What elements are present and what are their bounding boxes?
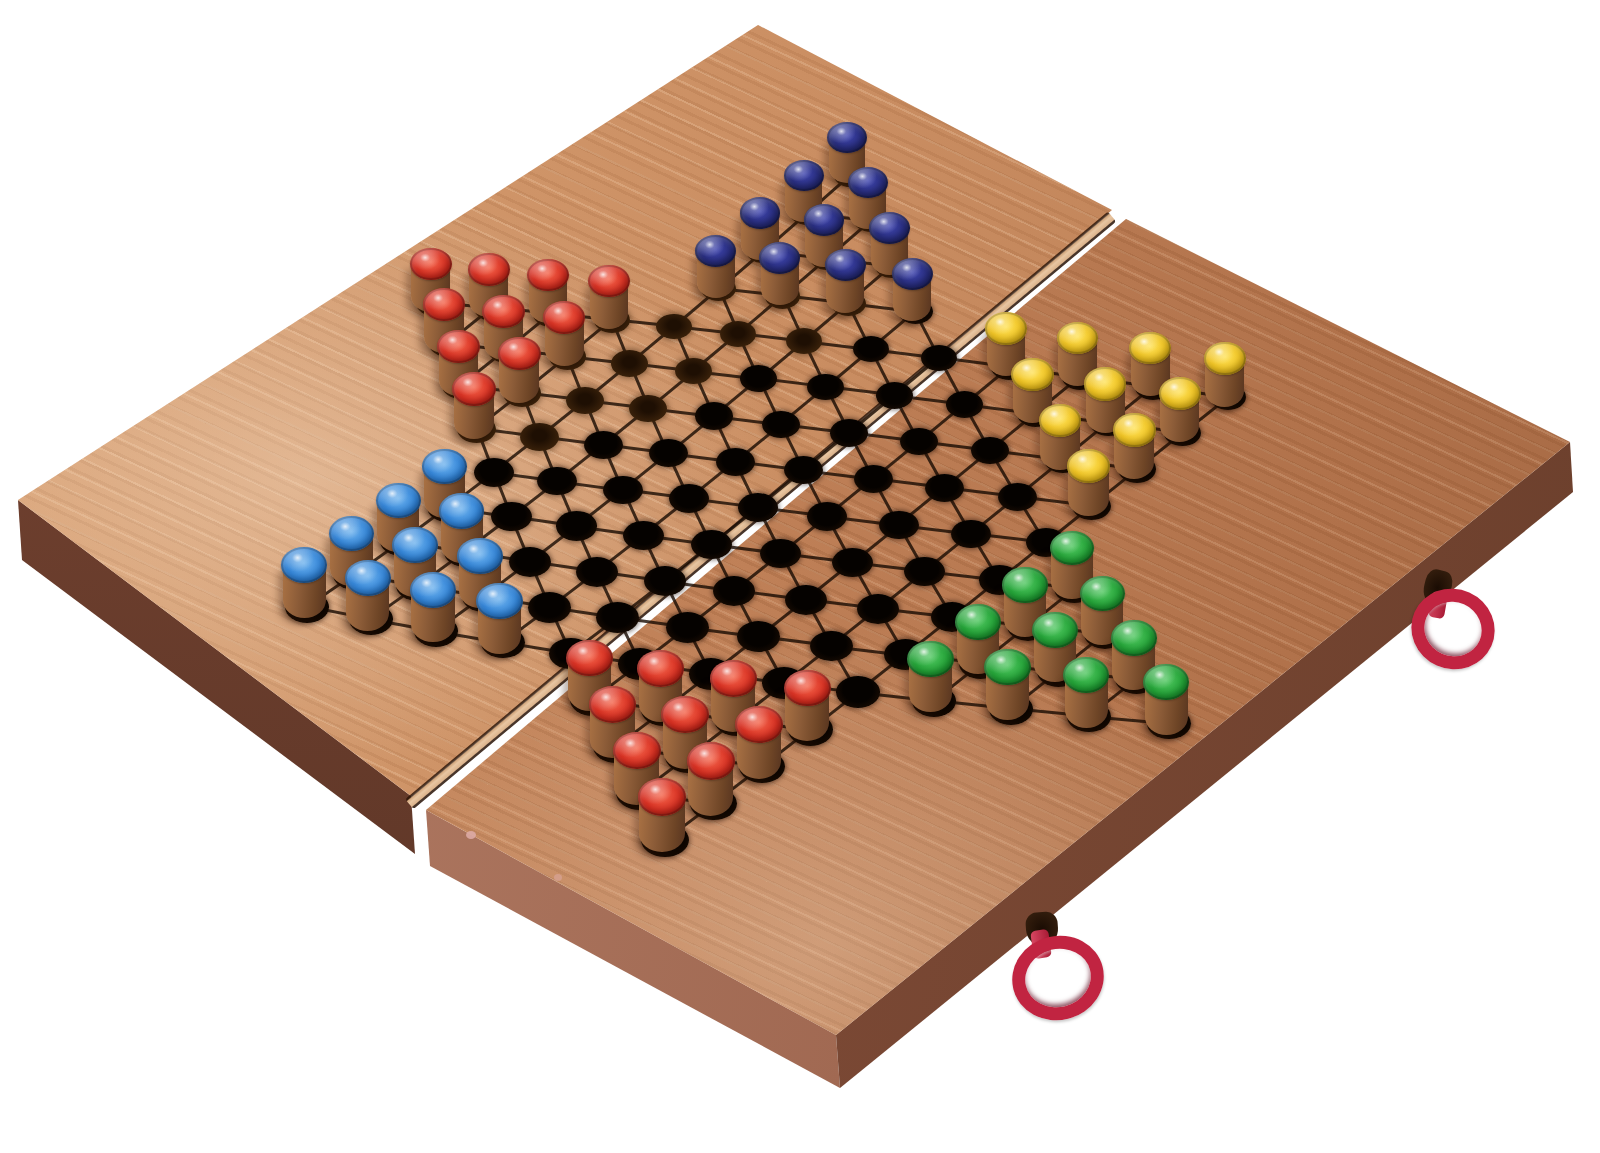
peg-painted-top	[735, 706, 782, 743]
board-hole[interactable]	[720, 321, 756, 347]
peg-painted-top	[1039, 404, 1082, 437]
peg-painted-top	[452, 372, 495, 406]
peg-painted-top	[476, 583, 522, 619]
peg-painted-top	[1080, 576, 1125, 611]
peg-painted-top	[613, 732, 661, 769]
board-hole[interactable]	[629, 395, 667, 422]
board-hole[interactable]	[509, 547, 551, 577]
board-hole[interactable]	[998, 483, 1037, 511]
board-hole[interactable]	[520, 423, 559, 451]
peg-painted-top	[637, 650, 684, 686]
peg-painted-top	[498, 337, 541, 370]
peg-painted-top	[984, 649, 1030, 685]
board-hole[interactable]	[832, 548, 873, 578]
peg-painted-top	[392, 527, 438, 563]
peg-painted-top	[804, 204, 845, 236]
board-hole[interactable]	[666, 612, 709, 643]
board-hole[interactable]	[474, 458, 514, 487]
peg-painted-top	[410, 248, 452, 281]
peg-painted-top	[985, 312, 1027, 345]
board-hole[interactable]	[830, 419, 868, 446]
board-hole[interactable]	[738, 493, 778, 522]
peg-painted-top	[710, 660, 757, 696]
peg-painted-top	[482, 295, 524, 328]
board-hole[interactable]	[491, 502, 532, 532]
board-hole[interactable]	[836, 676, 880, 708]
peg-painted-top	[345, 560, 391, 596]
peg-painted-top	[589, 686, 636, 723]
board-hole[interactable]	[644, 566, 686, 596]
peg-painted-top	[1084, 367, 1126, 400]
board-hole[interactable]	[556, 511, 597, 541]
board-hole[interactable]	[810, 631, 853, 662]
peg-painted-top	[439, 493, 484, 528]
peg-painted-top	[527, 259, 569, 292]
peg-painted-top	[848, 167, 888, 198]
board-hole[interactable]	[853, 336, 889, 362]
board-hole[interactable]	[946, 391, 983, 418]
board-hole[interactable]	[716, 448, 755, 476]
photo-canvas	[0, 0, 1600, 1153]
peg-painted-top	[457, 538, 503, 574]
peg-painted-top	[329, 516, 375, 552]
board-hole[interactable]	[566, 387, 604, 414]
peg-painted-top	[827, 122, 867, 153]
peg-painted-top	[588, 265, 630, 298]
board-hole[interactable]	[603, 476, 643, 505]
peg-painted-top	[410, 572, 456, 608]
peg-painted-top	[784, 670, 831, 706]
board-hole[interactable]	[971, 437, 1009, 464]
board-hole[interactable]	[904, 557, 945, 587]
peg-painted-top	[566, 640, 613, 676]
peg-painted-top	[422, 449, 467, 484]
board-hole[interactable]	[584, 431, 623, 459]
board-hole[interactable]	[876, 382, 913, 409]
peg-painted-top	[1113, 413, 1156, 446]
board-hole[interactable]	[807, 502, 847, 531]
board-hole[interactable]	[649, 439, 688, 467]
peg-painted-top	[638, 778, 686, 816]
board-hole[interactable]	[528, 592, 571, 623]
board-hole[interactable]	[762, 411, 800, 438]
hinge-pin	[466, 831, 476, 839]
board-hole[interactable]	[611, 350, 648, 377]
peg-painted-top	[740, 197, 781, 229]
peg-painted-top	[695, 235, 736, 267]
peg-painted-top	[869, 212, 910, 244]
peg-painted-top	[1032, 612, 1078, 648]
board-hole[interactable]	[786, 328, 822, 354]
peg-painted-top	[687, 742, 735, 779]
board-hole[interactable]	[713, 576, 755, 606]
hinge-pin	[554, 874, 562, 881]
peg-painted-top	[1011, 358, 1053, 391]
peg-painted-top	[1067, 449, 1110, 483]
board-hole[interactable]	[695, 402, 733, 429]
board-hole[interactable]	[785, 585, 827, 615]
peg-painted-top	[759, 242, 800, 274]
peg-painted-top	[1143, 664, 1189, 700]
peg-painted-top	[468, 253, 510, 286]
peg-painted-top	[1159, 377, 1201, 410]
peg-painted-top	[955, 604, 1001, 640]
board-hole[interactable]	[596, 602, 639, 633]
peg-painted-top	[437, 330, 480, 363]
peg-painted-top	[1002, 567, 1047, 602]
board-hole[interactable]	[925, 474, 964, 502]
peg-painted-top	[1111, 620, 1157, 656]
peg-painted-top	[661, 696, 708, 733]
board-hole[interactable]	[576, 557, 618, 587]
board-hole[interactable]	[784, 456, 823, 484]
peg-painted-top	[376, 483, 421, 518]
board-hole[interactable]	[854, 465, 893, 493]
board-hole[interactable]	[691, 530, 732, 560]
board-hole[interactable]	[900, 428, 938, 455]
peg-painted-top	[1204, 342, 1246, 375]
peg-painted-top	[907, 641, 953, 677]
peg-painted-top	[892, 258, 933, 290]
board-hole[interactable]	[921, 345, 957, 371]
board-hole[interactable]	[857, 594, 899, 624]
board-hole[interactable]	[879, 511, 919, 540]
board-hole[interactable]	[623, 521, 664, 551]
peg-painted-top	[784, 160, 824, 191]
peg-painted-top	[1063, 657, 1109, 693]
